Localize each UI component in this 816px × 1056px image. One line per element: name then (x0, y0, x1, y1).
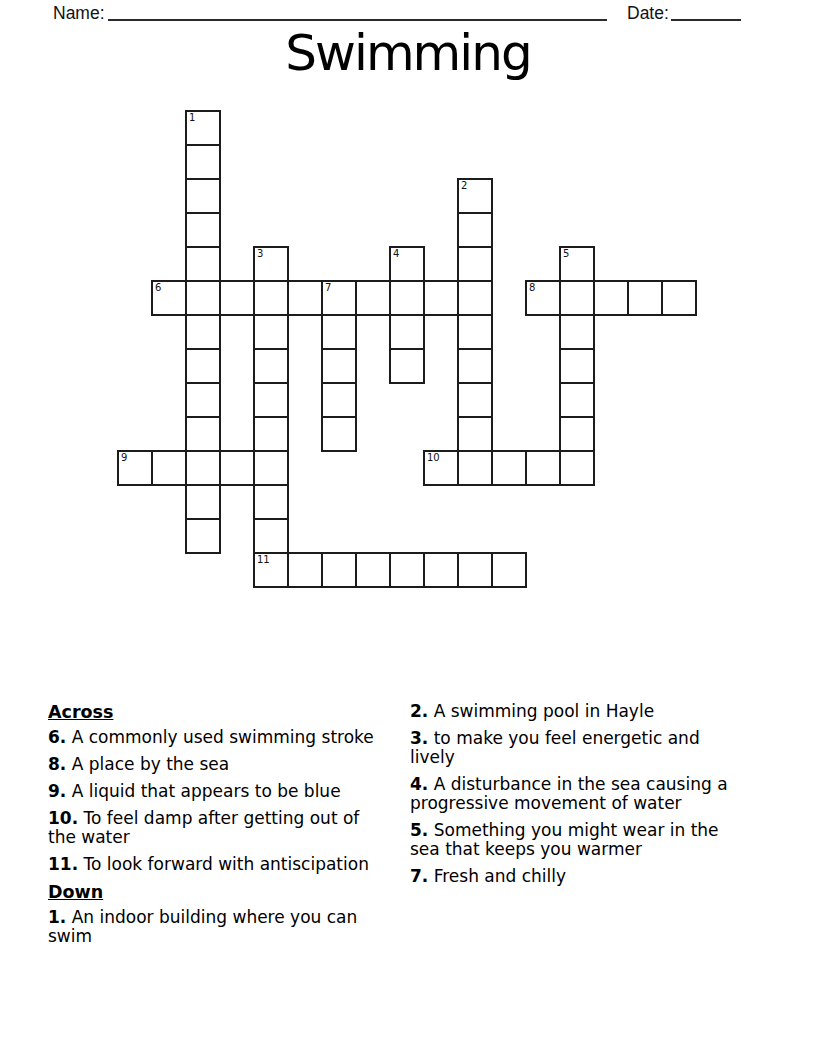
grid-number-7: 7 (325, 282, 331, 293)
cell-r9c6[interactable] (321, 416, 357, 452)
cell-r5c7[interactable] (355, 280, 391, 316)
clue-2-down: 2. A swimming pool in Hayle (410, 702, 742, 721)
cell-r9c4[interactable] (253, 416, 289, 452)
clue-text: A disturbance in the sea causing a progr… (410, 774, 728, 813)
cell-r7c4[interactable] (253, 348, 289, 384)
clues-column-right: 2. A swimming pool in Hayle3. to make yo… (410, 702, 742, 894)
clue-1-down: 1. An indoor building where you can swim (48, 908, 400, 946)
cell-r4c10[interactable] (457, 246, 493, 282)
cell-r10c11[interactable] (491, 450, 527, 486)
cell-r6c2[interactable] (185, 314, 221, 350)
cell-r9c13[interactable] (559, 416, 595, 452)
cell-r7c2[interactable] (185, 348, 221, 384)
cell-r11c2[interactable] (185, 484, 221, 520)
clue-text: To look forward with antiscipation (78, 854, 369, 874)
cell-r5c15[interactable] (627, 280, 663, 316)
cell-r5c16[interactable] (661, 280, 697, 316)
cell-r13c4[interactable]: 11 (253, 552, 289, 588)
cell-r10c4[interactable] (253, 450, 289, 486)
cell-r12c2[interactable] (185, 518, 221, 554)
cell-r8c13[interactable] (559, 382, 595, 418)
grid-number-1: 1 (189, 112, 195, 123)
clue-text: A place by the sea (66, 754, 229, 774)
clue-number-label: 5. (410, 820, 428, 840)
date-blank-line[interactable] (671, 2, 741, 21)
cell-r10c13[interactable] (559, 450, 595, 486)
cell-r5c12[interactable]: 8 (525, 280, 561, 316)
cell-r10c9[interactable]: 10 (423, 450, 459, 486)
clue-number-label: 10. (48, 808, 78, 828)
clue-7-down: 7. Fresh and chilly (410, 867, 742, 886)
cell-r5c9[interactable] (423, 280, 459, 316)
down-heading: Down (48, 882, 400, 903)
cell-r5c5[interactable] (287, 280, 323, 316)
cell-r3c10[interactable] (457, 212, 493, 248)
cell-r7c13[interactable] (559, 348, 595, 384)
cell-r13c9[interactable] (423, 552, 459, 588)
cell-r7c10[interactable] (457, 348, 493, 384)
clue-text: A swimming pool in Hayle (428, 701, 654, 721)
clue-9-across: 9. A liquid that appears to be blue (48, 782, 400, 801)
cell-r5c6[interactable]: 7 (321, 280, 357, 316)
name-label: Name: (53, 3, 105, 24)
cell-r13c11[interactable] (491, 552, 527, 588)
cell-r9c2[interactable] (185, 416, 221, 452)
clue-text: A commonly used swimming stroke (66, 727, 374, 747)
cell-r4c13[interactable]: 5 (559, 246, 595, 282)
cell-r10c3[interactable] (219, 450, 255, 486)
grid-number-4: 4 (393, 248, 399, 259)
cell-r8c4[interactable] (253, 382, 289, 418)
cell-r8c6[interactable] (321, 382, 357, 418)
cell-r9c10[interactable] (457, 416, 493, 452)
clue-text: A liquid that appears to be blue (66, 781, 340, 801)
cell-r13c6[interactable] (321, 552, 357, 588)
puzzle-title: Swimming (0, 28, 816, 78)
clue-number-label: 2. (410, 701, 428, 721)
across-heading: Across (48, 702, 400, 723)
grid-number-2: 2 (461, 180, 467, 191)
cell-r3c2[interactable] (185, 212, 221, 248)
cell-r7c6[interactable] (321, 348, 357, 384)
cell-r5c1[interactable]: 6 (151, 280, 187, 316)
grid-number-8: 8 (529, 282, 535, 293)
clue-10-across: 10. To feel damp after getting out of th… (48, 809, 400, 847)
crossword-grid: 1234567891011 (117, 110, 697, 588)
cell-r13c10[interactable] (457, 552, 493, 588)
clue-number-label: 6. (48, 727, 66, 747)
crossword-worksheet: Name: Date: Swimming 1234567891011 Acros… (0, 0, 816, 1056)
cell-r8c10[interactable] (457, 382, 493, 418)
cell-r10c12[interactable] (525, 450, 561, 486)
cell-r7c8[interactable] (389, 348, 425, 384)
name-blank-line[interactable] (108, 2, 607, 21)
clue-number-label: 3. (410, 728, 428, 748)
cell-r12c4[interactable] (253, 518, 289, 554)
grid-number-9: 9 (121, 452, 127, 463)
grid-number-11: 11 (257, 554, 270, 565)
cell-r5c4[interactable] (253, 280, 289, 316)
cell-r6c6[interactable] (321, 314, 357, 350)
cell-r13c8[interactable] (389, 552, 425, 588)
cell-r5c8[interactable] (389, 280, 425, 316)
clue-text: To feel damp after getting out of the wa… (48, 808, 359, 847)
cell-r4c8[interactable]: 4 (389, 246, 425, 282)
grid-number-3: 3 (257, 248, 263, 259)
cell-r5c10[interactable] (457, 280, 493, 316)
cell-r5c3[interactable] (219, 280, 255, 316)
cell-r1c2[interactable] (185, 144, 221, 180)
cell-r10c2[interactable] (185, 450, 221, 486)
clue-number-label: 7. (410, 866, 428, 886)
cell-r13c5[interactable] (287, 552, 323, 588)
grid-number-10: 10 (427, 452, 440, 463)
cell-r2c2[interactable] (185, 178, 221, 214)
clue-11-across: 11. To look forward with antiscipation (48, 855, 400, 874)
date-label: Date: (627, 3, 669, 24)
clue-text: to make you feel energetic and lively (410, 728, 700, 767)
clue-text: Something you might wear in the sea that… (410, 820, 719, 859)
grid-number-6: 6 (155, 282, 161, 293)
clue-number-label: 1. (48, 907, 66, 927)
cell-r6c4[interactable] (253, 314, 289, 350)
clue-6-across: 6. A commonly used swimming stroke (48, 728, 400, 747)
cell-r5c2[interactable] (185, 280, 221, 316)
cell-r5c14[interactable] (593, 280, 629, 316)
grid-number-5: 5 (563, 248, 569, 259)
cell-r10c10[interactable] (457, 450, 493, 486)
clue-number-label: 9. (48, 781, 66, 801)
cell-r4c2[interactable] (185, 246, 221, 282)
clue-number-label: 8. (48, 754, 66, 774)
cell-r8c2[interactable] (185, 382, 221, 418)
cell-r6c8[interactable] (389, 314, 425, 350)
cell-r6c10[interactable] (457, 314, 493, 350)
cell-r2c10[interactable]: 2 (457, 178, 493, 214)
cell-r10c1[interactable] (151, 450, 187, 486)
cell-r11c4[interactable] (253, 484, 289, 520)
cell-r6c13[interactable] (559, 314, 595, 350)
clue-4-down: 4. A disturbance in the sea causing a pr… (410, 775, 742, 813)
clue-number-label: 4. (410, 774, 428, 794)
cell-r5c13[interactable] (559, 280, 595, 316)
clue-8-across: 8. A place by the sea (48, 755, 400, 774)
clues-column-left: Across6. A commonly used swimming stroke… (48, 702, 400, 954)
clue-5-down: 5. Something you might wear in the sea t… (410, 821, 742, 859)
clue-text: An indoor building where you can swim (48, 907, 357, 946)
cell-r4c4[interactable]: 3 (253, 246, 289, 282)
clue-text: Fresh and chilly (428, 866, 566, 886)
cell-r0c2[interactable]: 1 (185, 110, 221, 146)
cell-r10c0[interactable]: 9 (117, 450, 153, 486)
clue-number-label: 11. (48, 854, 78, 874)
cell-r13c7[interactable] (355, 552, 391, 588)
clue-3-down: 3. to make you feel energetic and lively (410, 729, 742, 767)
